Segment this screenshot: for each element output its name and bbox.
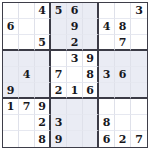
cell-r7c8[interactable] [115, 99, 131, 115]
cell-r1c9[interactable]: 3 [131, 3, 147, 19]
cell-r5c7[interactable]: 3 [99, 67, 115, 83]
cell-r9c9[interactable]: 7 [131, 131, 147, 147]
cell-r5c4[interactable]: 7 [51, 67, 67, 83]
cell-r7c6[interactable] [83, 99, 99, 115]
cell-r6c1[interactable]: 9 [3, 83, 19, 99]
cell-r4c5[interactable]: 3 [67, 51, 83, 67]
cell-r7c7[interactable] [99, 99, 115, 115]
cell-r7c3[interactable]: 9 [35, 99, 51, 115]
cell-r9c8[interactable]: 2 [115, 131, 131, 147]
cell-r6c9[interactable] [131, 83, 147, 99]
cell-r6c8[interactable] [115, 83, 131, 99]
cell-r2c4[interactable] [51, 19, 67, 35]
cell-r2c2[interactable] [19, 19, 35, 35]
cell-r5c2[interactable]: 4 [19, 67, 35, 83]
cell-r2c7[interactable]: 4 [99, 19, 115, 35]
cell-r5c5[interactable] [67, 67, 83, 83]
cell-r6c6[interactable]: 6 [83, 83, 99, 99]
sudoku-board: 456369485273947836921617923889627 [2, 2, 148, 148]
cell-r6c5[interactable]: 1 [67, 83, 83, 99]
cell-r8c8[interactable] [115, 115, 131, 131]
cell-r3c4[interactable] [51, 35, 67, 51]
cell-r7c9[interactable] [131, 99, 147, 115]
cell-r9c4[interactable]: 9 [51, 131, 67, 147]
cell-r8c3[interactable]: 2 [35, 115, 51, 131]
cell-r2c1[interactable]: 6 [3, 19, 19, 35]
cell-r9c6[interactable] [83, 131, 99, 147]
cell-r5c9[interactable] [131, 67, 147, 83]
cell-r4c6[interactable]: 9 [83, 51, 99, 67]
cell-r1c2[interactable] [19, 3, 35, 19]
cell-r6c7[interactable] [99, 83, 115, 99]
cell-r2c3[interactable] [35, 19, 51, 35]
cell-r5c3[interactable] [35, 67, 51, 83]
cell-r3c1[interactable] [3, 35, 19, 51]
cell-r9c7[interactable]: 6 [99, 131, 115, 147]
cell-r6c2[interactable] [19, 83, 35, 99]
cell-r7c2[interactable]: 7 [19, 99, 35, 115]
cell-r6c4[interactable]: 2 [51, 83, 67, 99]
cell-r1c1[interactable] [3, 3, 19, 19]
cell-r8c2[interactable] [19, 115, 35, 131]
cell-r9c1[interactable] [3, 131, 19, 147]
cell-r1c6[interactable] [83, 3, 99, 19]
cell-r2c5[interactable]: 9 [67, 19, 83, 35]
cell-r7c4[interactable] [51, 99, 67, 115]
cell-r2c6[interactable] [83, 19, 99, 35]
cell-r8c9[interactable] [131, 115, 147, 131]
cell-r6c3[interactable] [35, 83, 51, 99]
cell-r3c8[interactable]: 7 [115, 35, 131, 51]
cell-r9c2[interactable] [19, 131, 35, 147]
cell-r4c2[interactable] [19, 51, 35, 67]
cell-r4c1[interactable] [3, 51, 19, 67]
cell-r1c8[interactable] [115, 3, 131, 19]
cell-r4c3[interactable] [35, 51, 51, 67]
cell-r4c7[interactable] [99, 51, 115, 67]
cell-r5c6[interactable]: 8 [83, 67, 99, 83]
cell-r8c1[interactable] [3, 115, 19, 131]
cell-r8c4[interactable]: 3 [51, 115, 67, 131]
cell-r7c1[interactable]: 1 [3, 99, 19, 115]
cell-r3c6[interactable] [83, 35, 99, 51]
cell-r8c5[interactable] [67, 115, 83, 131]
cell-r1c5[interactable]: 6 [67, 3, 83, 19]
cell-r3c5[interactable]: 2 [67, 35, 83, 51]
cell-r4c9[interactable] [131, 51, 147, 67]
cell-r4c8[interactable] [115, 51, 131, 67]
cell-r2c9[interactable] [131, 19, 147, 35]
cell-r2c8[interactable]: 8 [115, 19, 131, 35]
cell-r3c3[interactable]: 5 [35, 35, 51, 51]
cell-r9c3[interactable]: 8 [35, 131, 51, 147]
cell-r3c7[interactable] [99, 35, 115, 51]
cell-r4c4[interactable] [51, 51, 67, 67]
cell-r8c6[interactable] [83, 115, 99, 131]
cell-r3c2[interactable] [19, 35, 35, 51]
cell-r1c4[interactable]: 5 [51, 3, 67, 19]
cell-r8c7[interactable]: 8 [99, 115, 115, 131]
cell-r7c5[interactable] [67, 99, 83, 115]
cell-r5c8[interactable]: 6 [115, 67, 131, 83]
cell-r1c3[interactable]: 4 [35, 3, 51, 19]
cell-r9c5[interactable] [67, 131, 83, 147]
cell-r5c1[interactable] [3, 67, 19, 83]
cell-r3c9[interactable] [131, 35, 147, 51]
cell-r1c7[interactable] [99, 3, 115, 19]
